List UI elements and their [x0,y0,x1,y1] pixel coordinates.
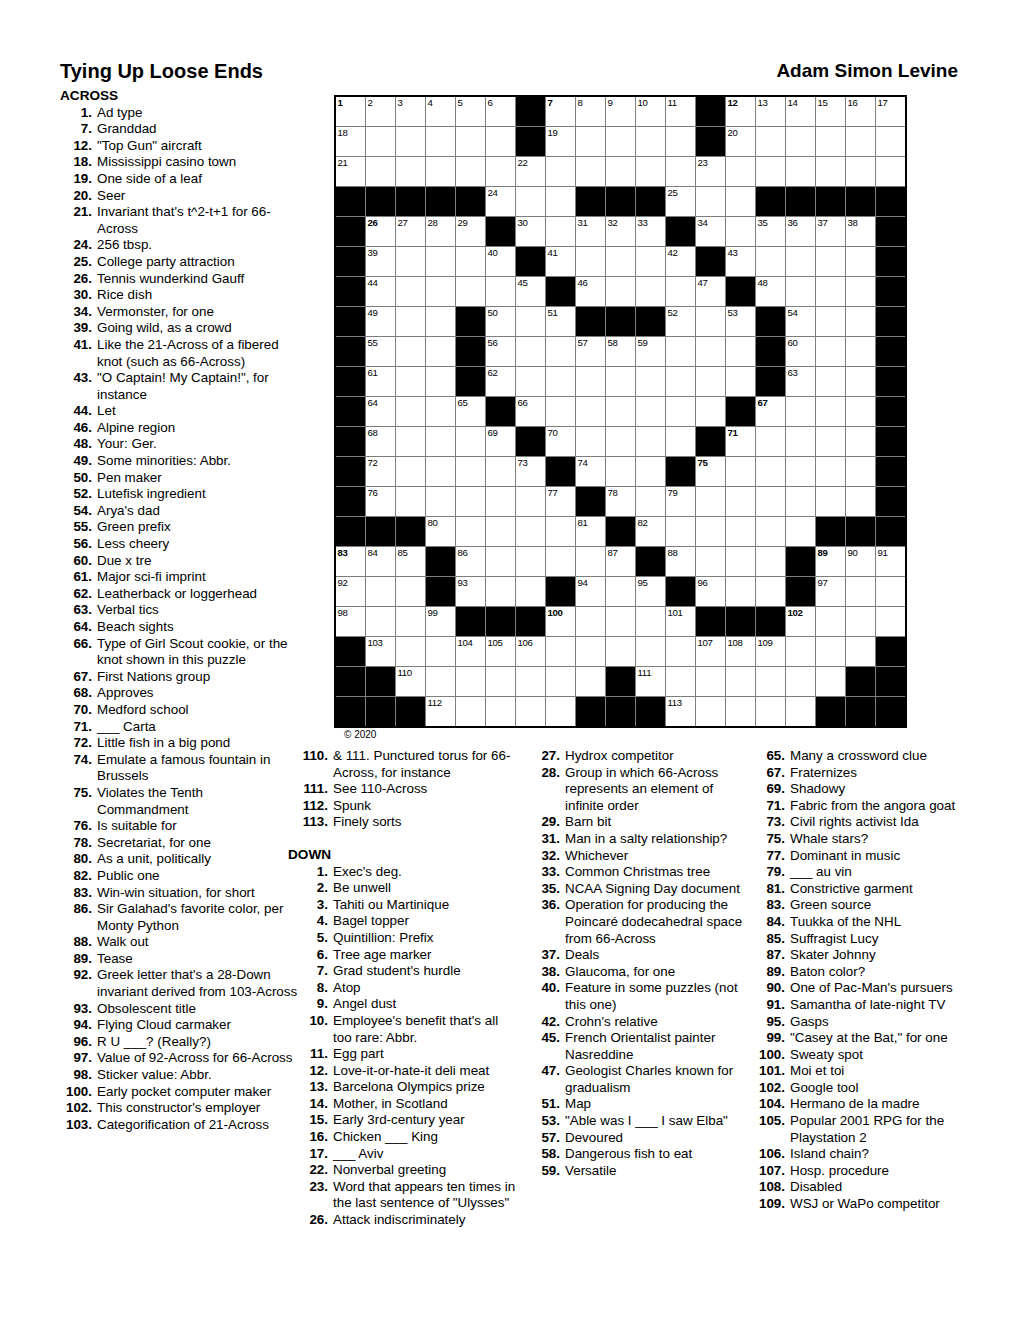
grid-cell[interactable] [696,697,725,726]
grid-cell[interactable] [816,307,845,336]
grid-cell[interactable] [846,337,875,366]
grid-cell[interactable]: 35 [756,217,785,246]
grid-cell[interactable]: 70 [546,427,575,456]
grid-cell[interactable] [606,607,635,636]
grid-cell[interactable]: 48 [756,277,785,306]
grid-cell[interactable]: 106 [516,637,545,666]
grid-cell[interactable]: 12 [726,97,755,126]
grid-cell[interactable] [636,367,665,396]
grid-cell[interactable] [666,667,695,696]
grid-cell[interactable] [816,127,845,156]
grid-cell[interactable]: 88 [666,547,695,576]
grid-cell[interactable] [726,667,755,696]
grid-cell[interactable] [366,607,395,636]
grid-cell[interactable]: 24 [486,187,515,216]
grid-cell[interactable] [726,457,755,486]
grid-cell[interactable] [726,337,755,366]
grid-cell[interactable]: 49 [366,307,395,336]
grid-cell[interactable] [816,457,845,486]
grid-cell[interactable]: 65 [456,397,485,426]
grid-cell[interactable] [546,217,575,246]
grid-cell[interactable] [396,577,425,606]
grid-cell[interactable] [846,127,875,156]
grid-cell[interactable] [846,157,875,186]
grid-cell[interactable]: 30 [516,217,545,246]
grid-cell[interactable] [516,577,545,606]
grid-cell[interactable] [666,127,695,156]
grid-cell[interactable]: 50 [486,307,515,336]
grid-cell[interactable] [636,457,665,486]
grid-cell[interactable] [516,337,545,366]
grid-cell[interactable] [606,157,635,186]
grid-cell[interactable] [816,367,845,396]
grid-cell[interactable] [486,577,515,606]
grid-cell[interactable] [546,517,575,546]
grid-cell[interactable] [606,277,635,306]
grid-cell[interactable]: 107 [696,637,725,666]
grid-cell[interactable] [786,397,815,426]
grid-cell[interactable] [876,607,905,636]
grid-cell[interactable] [786,697,815,726]
grid-cell[interactable] [546,397,575,426]
grid-cell[interactable]: 103 [366,637,395,666]
grid-cell[interactable]: 10 [636,97,665,126]
grid-cell[interactable] [816,157,845,186]
grid-cell[interactable] [396,367,425,396]
grid-cell[interactable]: 40 [486,247,515,276]
grid-cell[interactable] [726,517,755,546]
grid-cell[interactable] [876,127,905,156]
grid-cell[interactable]: 71 [726,427,755,456]
grid-cell[interactable] [546,337,575,366]
grid-cell[interactable] [576,367,605,396]
grid-cell[interactable] [876,577,905,606]
grid-cell[interactable]: 79 [666,487,695,516]
grid-cell[interactable] [816,397,845,426]
grid-cell[interactable]: 105 [486,637,515,666]
grid-cell[interactable] [666,157,695,186]
grid-cell[interactable]: 60 [786,337,815,366]
grid-cell[interactable]: 108 [726,637,755,666]
grid-cell[interactable] [456,697,485,726]
grid-cell[interactable] [486,157,515,186]
grid-cell[interactable] [486,277,515,306]
grid-cell[interactable] [786,277,815,306]
grid-cell[interactable] [396,277,425,306]
grid-cell[interactable] [756,457,785,486]
grid-cell[interactable] [486,667,515,696]
grid-cell[interactable] [576,247,605,276]
grid-cell[interactable] [516,307,545,336]
grid-cell[interactable] [636,277,665,306]
grid-cell[interactable]: 3 [396,97,425,126]
grid-cell[interactable] [786,157,815,186]
grid-cell[interactable] [756,547,785,576]
grid-cell[interactable] [666,277,695,306]
grid-cell[interactable]: 7 [546,97,575,126]
grid-cell[interactable] [396,127,425,156]
grid-cell[interactable] [696,517,725,546]
grid-cell[interactable]: 15 [816,97,845,126]
grid-cell[interactable] [426,667,455,696]
grid-cell[interactable]: 64 [366,397,395,426]
grid-cell[interactable]: 54 [786,307,815,336]
grid-cell[interactable]: 62 [486,367,515,396]
grid-cell[interactable]: 74 [576,457,605,486]
grid-cell[interactable] [426,277,455,306]
grid-cell[interactable] [426,367,455,396]
grid-cell[interactable] [636,637,665,666]
grid-cell[interactable] [546,547,575,576]
grid-cell[interactable] [486,547,515,576]
grid-cell[interactable] [396,307,425,336]
grid-cell[interactable]: 28 [426,217,455,246]
grid-cell[interactable]: 8 [576,97,605,126]
grid-cell[interactable]: 86 [456,547,485,576]
grid-cell[interactable]: 36 [786,217,815,246]
grid-cell[interactable] [786,667,815,696]
grid-cell[interactable]: 82 [636,517,665,546]
grid-cell[interactable] [786,247,815,276]
grid-cell[interactable]: 26 [366,217,395,246]
grid-cell[interactable] [786,427,815,456]
grid-cell[interactable] [756,427,785,456]
grid-cell[interactable] [606,397,635,426]
grid-cell[interactable] [456,457,485,486]
grid-cell[interactable] [396,487,425,516]
grid-cell[interactable]: 21 [336,157,365,186]
grid-cell[interactable]: 104 [456,637,485,666]
grid-cell[interactable]: 73 [516,457,545,486]
grid-cell[interactable]: 17 [876,97,905,126]
grid-cell[interactable] [726,697,755,726]
grid-cell[interactable] [606,637,635,666]
grid-cell[interactable] [576,607,605,636]
grid-cell[interactable]: 1 [336,97,365,126]
grid-cell[interactable] [756,247,785,276]
grid-cell[interactable] [786,457,815,486]
grid-cell[interactable]: 76 [366,487,395,516]
grid-cell[interactable]: 18 [336,127,365,156]
grid-cell[interactable] [396,637,425,666]
grid-cell[interactable] [636,607,665,636]
grid-cell[interactable]: 84 [366,547,395,576]
grid-cell[interactable] [696,487,725,516]
grid-cell[interactable]: 53 [726,307,755,336]
grid-cell[interactable]: 83 [336,547,365,576]
grid-cell[interactable] [756,157,785,186]
grid-cell[interactable]: 5 [456,97,485,126]
grid-cell[interactable] [726,217,755,246]
grid-cell[interactable] [396,607,425,636]
grid-cell[interactable] [696,547,725,576]
grid-cell[interactable]: 41 [546,247,575,276]
grid-cell[interactable]: 57 [576,337,605,366]
grid-cell[interactable]: 89 [816,547,845,576]
grid-cell[interactable] [846,397,875,426]
grid-cell[interactable]: 91 [876,547,905,576]
grid-cell[interactable] [396,427,425,456]
grid-cell[interactable] [366,577,395,606]
grid-cell[interactable] [396,247,425,276]
grid-cell[interactable] [756,517,785,546]
grid-cell[interactable] [456,247,485,276]
grid-cell[interactable] [576,637,605,666]
grid-cell[interactable]: 37 [816,217,845,246]
grid-cell[interactable]: 6 [486,97,515,126]
grid-cell[interactable] [606,427,635,456]
grid-cell[interactable] [516,367,545,396]
grid-cell[interactable]: 85 [396,547,425,576]
grid-cell[interactable] [756,127,785,156]
grid-cell[interactable]: 4 [426,97,455,126]
grid-cell[interactable]: 97 [816,577,845,606]
grid-cell[interactable] [576,397,605,426]
grid-cell[interactable] [606,127,635,156]
grid-cell[interactable]: 112 [426,697,455,726]
grid-cell[interactable]: 42 [666,247,695,276]
grid-cell[interactable]: 77 [546,487,575,516]
grid-cell[interactable]: 90 [846,547,875,576]
grid-cell[interactable] [486,127,515,156]
grid-cell[interactable] [456,277,485,306]
grid-cell[interactable]: 102 [786,607,815,636]
grid-cell[interactable]: 81 [576,517,605,546]
grid-cell[interactable] [426,307,455,336]
grid-cell[interactable]: 2 [366,97,395,126]
grid-cell[interactable]: 99 [426,607,455,636]
grid-cell[interactable] [486,487,515,516]
grid-cell[interactable]: 9 [606,97,635,126]
grid-cell[interactable] [786,127,815,156]
grid-cell[interactable] [366,157,395,186]
grid-cell[interactable] [576,667,605,696]
grid-cell[interactable] [456,667,485,696]
grid-cell[interactable] [756,487,785,516]
grid-cell[interactable] [426,637,455,666]
grid-cell[interactable] [666,397,695,426]
grid-cell[interactable]: 33 [636,217,665,246]
grid-cell[interactable] [696,397,725,426]
grid-cell[interactable] [816,637,845,666]
grid-cell[interactable] [846,577,875,606]
grid-cell[interactable] [816,277,845,306]
grid-cell[interactable]: 14 [786,97,815,126]
grid-cell[interactable]: 92 [336,577,365,606]
grid-cell[interactable] [396,397,425,426]
grid-cell[interactable]: 51 [546,307,575,336]
grid-cell[interactable] [846,247,875,276]
grid-cell[interactable] [816,487,845,516]
grid-cell[interactable]: 45 [516,277,545,306]
grid-cell[interactable] [666,427,695,456]
grid-cell[interactable] [846,277,875,306]
grid-cell[interactable] [546,637,575,666]
grid-cell[interactable]: 29 [456,217,485,246]
grid-cell[interactable]: 16 [846,97,875,126]
grid-cell[interactable] [456,487,485,516]
grid-cell[interactable] [516,187,545,216]
grid-cell[interactable] [456,517,485,546]
grid-cell[interactable]: 101 [666,607,695,636]
grid-cell[interactable] [426,337,455,366]
grid-cell[interactable] [576,157,605,186]
grid-cell[interactable]: 25 [666,187,695,216]
grid-cell[interactable]: 47 [696,277,725,306]
grid-cell[interactable] [726,577,755,606]
grid-cell[interactable] [636,487,665,516]
grid-cell[interactable] [396,157,425,186]
grid-cell[interactable] [636,397,665,426]
grid-cell[interactable] [696,187,725,216]
grid-cell[interactable] [486,517,515,546]
grid-cell[interactable]: 20 [726,127,755,156]
grid-cell[interactable]: 13 [756,97,785,126]
grid-cell[interactable] [606,457,635,486]
grid-cell[interactable] [546,697,575,726]
grid-cell[interactable]: 31 [576,217,605,246]
grid-cell[interactable]: 56 [486,337,515,366]
grid-cell[interactable] [666,367,695,396]
grid-cell[interactable] [606,577,635,606]
grid-cell[interactable] [516,667,545,696]
grid-cell[interactable]: 55 [366,337,395,366]
grid-cell[interactable] [786,517,815,546]
grid-cell[interactable] [816,607,845,636]
grid-cell[interactable]: 98 [336,607,365,636]
grid-cell[interactable]: 109 [756,637,785,666]
grid-cell[interactable] [366,127,395,156]
grid-cell[interactable] [576,547,605,576]
grid-cell[interactable]: 94 [576,577,605,606]
grid-cell[interactable] [846,457,875,486]
grid-cell[interactable] [816,427,845,456]
grid-cell[interactable] [876,157,905,186]
grid-cell[interactable] [516,517,545,546]
grid-cell[interactable] [486,457,515,486]
grid-cell[interactable] [756,667,785,696]
grid-cell[interactable] [846,607,875,636]
grid-cell[interactable] [456,127,485,156]
grid-cell[interactable]: 100 [546,607,575,636]
grid-cell[interactable] [846,307,875,336]
grid-cell[interactable] [696,367,725,396]
grid-cell[interactable] [726,157,755,186]
grid-cell[interactable] [456,427,485,456]
grid-cell[interactable] [696,307,725,336]
grid-cell[interactable] [786,487,815,516]
grid-cell[interactable] [636,427,665,456]
grid-cell[interactable]: 44 [366,277,395,306]
grid-cell[interactable]: 87 [606,547,635,576]
grid-cell[interactable] [486,697,515,726]
grid-cell[interactable] [726,367,755,396]
grid-cell[interactable] [726,487,755,516]
grid-cell[interactable] [546,667,575,696]
grid-cell[interactable]: 11 [666,97,695,126]
grid-cell[interactable]: 32 [606,217,635,246]
grid-cell[interactable] [546,367,575,396]
grid-cell[interactable] [636,157,665,186]
grid-cell[interactable] [426,457,455,486]
grid-cell[interactable]: 72 [366,457,395,486]
grid-cell[interactable]: 38 [846,217,875,246]
grid-cell[interactable]: 23 [696,157,725,186]
grid-cell[interactable] [696,667,725,696]
grid-cell[interactable] [786,637,815,666]
grid-cell[interactable] [516,697,545,726]
grid-cell[interactable]: 96 [696,577,725,606]
grid-cell[interactable]: 61 [366,367,395,396]
grid-cell[interactable]: 75 [696,457,725,486]
grid-cell[interactable] [846,637,875,666]
grid-cell[interactable]: 46 [576,277,605,306]
grid-cell[interactable] [846,367,875,396]
grid-cell[interactable]: 80 [426,517,455,546]
grid-cell[interactable]: 22 [516,157,545,186]
grid-cell[interactable] [636,127,665,156]
grid-cell[interactable] [666,517,695,546]
grid-cell[interactable] [516,487,545,516]
grid-cell[interactable] [816,337,845,366]
grid-cell[interactable]: 68 [366,427,395,456]
grid-cell[interactable]: 93 [456,577,485,606]
grid-cell[interactable]: 63 [786,367,815,396]
grid-cell[interactable] [726,187,755,216]
grid-cell[interactable] [816,667,845,696]
grid-cell[interactable] [636,247,665,276]
grid-cell[interactable]: 43 [726,247,755,276]
grid-cell[interactable] [606,247,635,276]
grid-cell[interactable] [756,697,785,726]
grid-cell[interactable] [726,547,755,576]
grid-cell[interactable]: 113 [666,697,695,726]
grid-cell[interactable] [426,487,455,516]
grid-cell[interactable]: 78 [606,487,635,516]
grid-cell[interactable] [666,637,695,666]
grid-cell[interactable]: 58 [606,337,635,366]
grid-cell[interactable]: 52 [666,307,695,336]
grid-cell[interactable] [516,547,545,576]
grid-cell[interactable] [426,397,455,426]
grid-cell[interactable] [426,157,455,186]
grid-cell[interactable] [756,577,785,606]
grid-cell[interactable]: 27 [396,217,425,246]
grid-cell[interactable]: 111 [636,667,665,696]
grid-cell[interactable] [426,247,455,276]
grid-cell[interactable]: 95 [636,577,665,606]
grid-cell[interactable] [546,157,575,186]
grid-cell[interactable] [696,337,725,366]
grid-cell[interactable] [846,487,875,516]
grid-cell[interactable]: 66 [516,397,545,426]
grid-cell[interactable] [396,457,425,486]
grid-cell[interactable]: 59 [636,337,665,366]
grid-cell[interactable] [606,367,635,396]
grid-cell[interactable] [666,337,695,366]
grid-cell[interactable]: 67 [756,397,785,426]
grid-cell[interactable] [396,337,425,366]
grid-cell[interactable]: 69 [486,427,515,456]
grid-cell[interactable] [846,427,875,456]
grid-cell[interactable]: 19 [546,127,575,156]
grid-cell[interactable] [546,187,575,216]
grid-cell[interactable] [456,157,485,186]
grid-cell[interactable] [426,127,455,156]
grid-cell[interactable]: 34 [696,217,725,246]
grid-cell[interactable]: 39 [366,247,395,276]
grid-cell[interactable] [426,427,455,456]
